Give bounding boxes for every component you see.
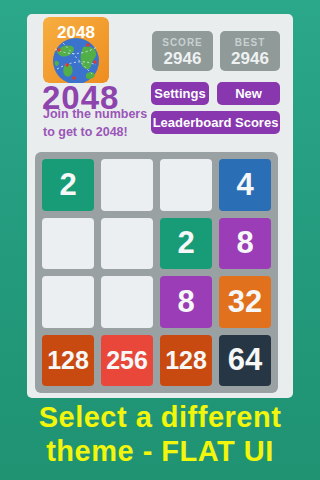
best-value: 2946	[220, 49, 280, 69]
empty-cell	[101, 276, 153, 328]
app-subtitle: Join the numbers to get to 2048!	[43, 106, 147, 141]
theme-banner-line1: Select a different	[0, 400, 320, 434]
empty-cell	[101, 218, 153, 270]
theme-banner-line2: theme - FLAT UI	[0, 434, 320, 468]
board[interactable]: 242883212825612864	[35, 152, 278, 393]
settings-button[interactable]: Settings	[151, 82, 209, 105]
tile-64: 64	[219, 335, 271, 387]
score-value: 2946	[152, 49, 213, 69]
globe-icon: 2048	[43, 17, 109, 83]
tile-256: 256	[101, 335, 153, 387]
best-label: BEST	[220, 37, 280, 48]
app-subtitle-line2: to get to 2048!	[43, 124, 147, 142]
empty-cell	[42, 276, 94, 328]
tile-128: 128	[160, 335, 212, 387]
best-box: BEST 2946	[220, 31, 280, 71]
app-icon: 2048	[43, 17, 109, 83]
tile-2: 2	[42, 159, 94, 211]
tile-2: 2	[160, 218, 212, 270]
tile-4: 4	[219, 159, 271, 211]
score-label: SCORE	[152, 37, 213, 48]
tile-8: 8	[160, 276, 212, 328]
new-game-button[interactable]: New Game	[217, 82, 280, 105]
app: { "game": "2048", "position": "2 0 0 4 /…	[0, 0, 320, 480]
tile-8: 8	[219, 218, 271, 270]
empty-cell	[160, 159, 212, 211]
empty-cell	[42, 218, 94, 270]
leaderboard-button[interactable]: Leaderboard Scores	[151, 111, 280, 134]
tile-128: 128	[42, 335, 94, 387]
tile-32: 32	[219, 276, 271, 328]
app-subtitle-line1: Join the numbers	[43, 106, 147, 124]
top-card: 2048 2048 Join the numbers to get to 204…	[27, 14, 293, 398]
score-box: SCORE 2946	[152, 31, 213, 71]
empty-cell	[101, 159, 153, 211]
theme-banner[interactable]: Select a different theme - FLAT UI	[0, 400, 320, 468]
